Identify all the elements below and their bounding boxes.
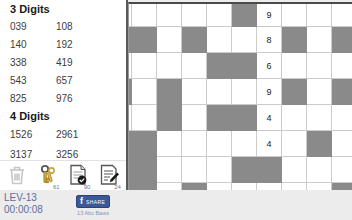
cell-r6c4[interactable]: [207, 131, 232, 157]
cell-r4c4[interactable]: [207, 79, 232, 105]
toolbar: 61 90: [0, 160, 126, 188]
number-pair-row: 140 192: [0, 35, 126, 53]
trash-button[interactable]: [4, 162, 30, 188]
cell-r1c4[interactable]: [207, 4, 232, 27]
share-label: SHARE: [86, 199, 105, 205]
board-grid: 986944: [128, 2, 352, 191]
cell-r2c2[interactable]: [157, 27, 182, 53]
check-solution-button[interactable]: 90: [65, 162, 91, 188]
cell-r6c1: [132, 131, 157, 157]
cell-r1c6[interactable]: 9: [257, 4, 282, 27]
cell-r7c7[interactable]: [282, 157, 307, 183]
cell-r5c8[interactable]: [307, 105, 332, 131]
cell-r3c3[interactable]: [182, 53, 207, 79]
app-root: 986944 3 Digits 039 108 140 192 338 419 …: [0, 0, 352, 220]
number-pair-row: 825 976: [0, 89, 126, 107]
cell-r5c3[interactable]: [182, 105, 207, 131]
cell-r6c9[interactable]: [332, 131, 352, 157]
status-bar: LEV-13 00:00:08 f SHARE 13 Abc Baws: [0, 190, 352, 220]
cell-r6c5[interactable]: [232, 131, 257, 157]
number-item[interactable]: 3137: [10, 149, 56, 160]
cell-r1c3[interactable]: [182, 4, 207, 27]
cell-r2c1: [132, 27, 157, 53]
number-item[interactable]: 140: [10, 39, 56, 50]
number-item[interactable]: 192: [56, 39, 73, 50]
cell-r7c2[interactable]: [157, 157, 182, 183]
cell-r5c9[interactable]: [332, 105, 352, 131]
cell-r1c1[interactable]: [132, 4, 157, 27]
number-item[interactable]: 1526: [10, 129, 56, 140]
edit-notes-button[interactable]: 24: [96, 162, 122, 188]
cell-r4c6[interactable]: 9: [257, 79, 282, 105]
cell-r7c8[interactable]: [307, 157, 332, 183]
cell-r2c8[interactable]: [307, 27, 332, 53]
four-digits-header: 4 Digits: [0, 107, 126, 124]
cell-r3c8[interactable]: [307, 53, 332, 79]
number-item[interactable]: 039: [10, 21, 56, 32]
cell-r6c2[interactable]: [157, 131, 182, 157]
cell-r2c3: [182, 27, 207, 53]
check-badge: 90: [84, 184, 91, 190]
cell-r6c8: [307, 131, 332, 157]
cell-r7c6: [257, 157, 282, 183]
number-pair-row: 039 108: [0, 17, 126, 35]
cell-r7c3[interactable]: [182, 157, 207, 183]
keys-badge: 61: [53, 184, 60, 190]
cell-r2c4[interactable]: [207, 27, 232, 53]
number-item[interactable]: 543: [10, 75, 56, 86]
cell-r4c7: [282, 79, 307, 105]
cell-r5c2: [157, 105, 182, 131]
cell-r4c5[interactable]: [232, 79, 257, 105]
cell-r1c2[interactable]: [157, 4, 182, 27]
facebook-icon: f: [80, 197, 83, 206]
cell-r2c6[interactable]: 8: [257, 27, 282, 53]
keys-hint-button[interactable]: 61: [35, 162, 61, 188]
cell-r4c3[interactable]: [182, 79, 207, 105]
facebook-share-button[interactable]: f SHARE: [76, 195, 110, 208]
number-item[interactable]: 108: [56, 21, 73, 32]
cell-r5c7[interactable]: [282, 105, 307, 131]
number-pair-row: 1526 2961: [0, 124, 126, 144]
number-pair-row: 338 419: [0, 53, 126, 71]
trash-icon: [5, 163, 29, 187]
cell-r6c3[interactable]: [182, 131, 207, 157]
number-item[interactable]: 419: [56, 57, 73, 68]
cell-r7c9[interactable]: [332, 157, 352, 183]
share-subtext: 13 Abc Baws: [62, 210, 124, 216]
timer-label: 00:00:08: [4, 204, 43, 215]
cell-r5c5: [232, 105, 257, 131]
numbers-panel: 3 Digits 039 108 140 192 338 419 543 657…: [0, 0, 128, 190]
cell-r1c9[interactable]: [332, 4, 352, 27]
edit-badge: 24: [114, 184, 121, 190]
cell-r4c1[interactable]: [132, 79, 157, 105]
cell-r3c1[interactable]: [132, 53, 157, 79]
number-item[interactable]: 825: [10, 93, 56, 104]
cell-r3c6[interactable]: 6: [257, 53, 282, 79]
cell-r3c4: [207, 53, 232, 79]
cell-r1c7[interactable]: [282, 4, 307, 27]
cell-r3c7[interactable]: [282, 53, 307, 79]
cell-r3c2[interactable]: [157, 53, 182, 79]
number-pair-row: 543 657: [0, 71, 126, 89]
cell-r5c6[interactable]: 4: [257, 105, 282, 131]
cell-r5c1[interactable]: [132, 105, 157, 131]
number-item[interactable]: 2961: [56, 129, 78, 140]
board-area: 986944: [128, 2, 352, 191]
number-item[interactable]: 657: [56, 75, 73, 86]
three-digits-header: 3 Digits: [0, 0, 126, 17]
cell-r4c8[interactable]: [307, 79, 332, 105]
cell-r6c7[interactable]: [282, 131, 307, 157]
cell-r2c7: [282, 27, 307, 53]
number-item[interactable]: 338: [10, 57, 56, 68]
cell-r1c5: [232, 4, 257, 27]
cell-r5c4: [207, 105, 232, 131]
cell-r3c5: [232, 53, 257, 79]
cell-r7c5: [232, 157, 257, 183]
number-item[interactable]: 3256: [56, 149, 78, 160]
cell-r6c6[interactable]: 4: [257, 131, 282, 157]
cell-r4c2: [157, 79, 182, 105]
cell-r7c4[interactable]: [207, 157, 232, 183]
level-label: LEV-13: [4, 192, 37, 203]
cell-r4c9: [332, 79, 352, 105]
cell-r3c9[interactable]: [332, 53, 352, 79]
cell-r2c5[interactable]: [232, 27, 257, 53]
cell-r1c8[interactable]: [307, 4, 332, 27]
cell-r2c9: [332, 27, 352, 53]
number-item[interactable]: 976: [56, 93, 73, 104]
cell-r7c1: [132, 157, 157, 183]
